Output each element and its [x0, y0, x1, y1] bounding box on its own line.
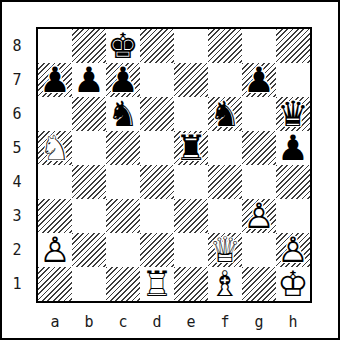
square-a4[interactable] [38, 165, 72, 199]
square-h4[interactable] [276, 165, 310, 199]
white-rook-d1[interactable]: ♜♖ [140, 267, 174, 301]
square-d6[interactable] [140, 97, 174, 131]
square-b4[interactable] [72, 165, 106, 199]
piece-glyph: ♖ [140, 267, 174, 301]
square-d1[interactable]: ♜♖ [140, 267, 174, 301]
square-a8[interactable] [38, 29, 72, 63]
square-e3[interactable] [174, 199, 208, 233]
chess-diagram: 87654321 ♚♚♟♟♟♟♟♟♟♟♞♞♞♞♛♛♞♘♜♜♟♟♟♙♟♙♛♕♟♙♜… [0, 0, 340, 340]
file-label-e: e [174, 309, 208, 335]
black-pawn-g7[interactable]: ♟♟ [242, 63, 276, 97]
square-e2[interactable] [174, 233, 208, 267]
piece-glyph: ♙ [276, 233, 310, 267]
white-queen-f2[interactable]: ♛♕ [208, 233, 242, 267]
square-f2[interactable]: ♛♕ [208, 233, 242, 267]
piece-glyph: ♞ [208, 97, 242, 131]
square-h6[interactable]: ♛♛ [276, 97, 310, 131]
square-b1[interactable] [72, 267, 106, 301]
square-d2[interactable] [140, 233, 174, 267]
square-e6[interactable] [174, 97, 208, 131]
piece-glyph: ♘ [38, 131, 72, 165]
black-pawn-a7[interactable]: ♟♟ [38, 63, 72, 97]
rank-label-2: 2 [2, 233, 32, 267]
file-label-d: d [140, 309, 174, 335]
square-e8[interactable] [174, 29, 208, 63]
white-king-h1[interactable]: ♚♔ [276, 267, 310, 301]
square-a3[interactable] [38, 199, 72, 233]
square-h5[interactable]: ♟♟ [276, 131, 310, 165]
black-pawn-h5[interactable]: ♟♟ [276, 131, 310, 165]
square-d8[interactable] [140, 29, 174, 63]
square-h8[interactable] [276, 29, 310, 63]
square-d3[interactable] [140, 199, 174, 233]
piece-glyph: ♟ [276, 131, 310, 165]
square-d5[interactable] [140, 131, 174, 165]
square-f8[interactable] [208, 29, 242, 63]
file-label-f: f [208, 309, 242, 335]
rank-label-1: 1 [2, 267, 32, 301]
black-rook-e5[interactable]: ♜♜ [174, 131, 208, 165]
white-bishop-f1[interactable]: ♝♗ [208, 267, 242, 301]
rank-label-5: 5 [2, 131, 32, 165]
piece-glyph: ♗ [208, 267, 242, 301]
square-h1[interactable]: ♚♔ [276, 267, 310, 301]
piece-glyph: ♔ [276, 267, 310, 301]
square-g7[interactable]: ♟♟ [242, 63, 276, 97]
square-g8[interactable] [242, 29, 276, 63]
square-b6[interactable] [72, 97, 106, 131]
piece-glyph: ♚ [106, 29, 140, 63]
square-f5[interactable] [208, 131, 242, 165]
piece-glyph: ♜ [174, 131, 208, 165]
file-label-c: c [106, 309, 140, 335]
piece-glyph: ♟ [242, 63, 276, 97]
square-f4[interactable] [208, 165, 242, 199]
white-knight-a5[interactable]: ♞♘ [38, 131, 72, 165]
piece-glyph: ♙ [38, 233, 72, 267]
square-f3[interactable] [208, 199, 242, 233]
file-label-b: b [72, 309, 106, 335]
white-pawn-a2[interactable]: ♟♙ [38, 233, 72, 267]
black-queen-h6[interactable]: ♛♛ [276, 97, 310, 131]
square-h2[interactable]: ♟♙ [276, 233, 310, 267]
square-e1[interactable] [174, 267, 208, 301]
square-f7[interactable] [208, 63, 242, 97]
square-c1[interactable] [106, 267, 140, 301]
white-pawn-h2[interactable]: ♟♙ [276, 233, 310, 267]
piece-glyph: ♙ [242, 199, 276, 233]
square-c5[interactable] [106, 131, 140, 165]
square-g6[interactable] [242, 97, 276, 131]
square-c6[interactable]: ♞♞ [106, 97, 140, 131]
piece-glyph: ♟ [106, 63, 140, 97]
black-king-c8[interactable]: ♚♚ [106, 29, 140, 63]
file-label-h: h [276, 309, 310, 335]
black-knight-f6[interactable]: ♞♞ [208, 97, 242, 131]
square-g2[interactable] [242, 233, 276, 267]
rank-label-8: 8 [2, 29, 32, 63]
square-c2[interactable] [106, 233, 140, 267]
square-b8[interactable] [72, 29, 106, 63]
piece-glyph: ♕ [208, 233, 242, 267]
square-b2[interactable] [72, 233, 106, 267]
square-e7[interactable] [174, 63, 208, 97]
rank-label-3: 3 [2, 199, 32, 233]
square-h7[interactable] [276, 63, 310, 97]
file-label-a: a [38, 309, 72, 335]
rank-labels: 87654321 [2, 29, 32, 301]
square-b7[interactable]: ♟♟ [72, 63, 106, 97]
rank-label-4: 4 [2, 165, 32, 199]
square-c4[interactable] [106, 165, 140, 199]
file-labels: abcdefgh [38, 309, 310, 335]
square-h3[interactable] [276, 199, 310, 233]
square-f6[interactable]: ♞♞ [208, 97, 242, 131]
square-f1[interactable]: ♝♗ [208, 267, 242, 301]
square-d4[interactable] [140, 165, 174, 199]
piece-glyph: ♞ [106, 97, 140, 131]
square-g4[interactable] [242, 165, 276, 199]
square-c8[interactable]: ♚♚ [106, 29, 140, 63]
piece-glyph: ♟ [72, 63, 106, 97]
square-a6[interactable] [38, 97, 72, 131]
piece-glyph: ♟ [38, 63, 72, 97]
square-a1[interactable] [38, 267, 72, 301]
black-pawn-b7[interactable]: ♟♟ [72, 63, 106, 97]
rank-label-7: 7 [2, 63, 32, 97]
black-pawn-c7[interactable]: ♟♟ [106, 63, 140, 97]
black-knight-c6[interactable]: ♞♞ [106, 97, 140, 131]
square-e5[interactable]: ♜♜ [174, 131, 208, 165]
chess-board: ♚♚♟♟♟♟♟♟♟♟♞♞♞♞♛♛♞♘♜♜♟♟♟♙♟♙♛♕♟♙♜♖♝♗♚♔ [36, 27, 312, 303]
square-g5[interactable] [242, 131, 276, 165]
square-g1[interactable] [242, 267, 276, 301]
square-d7[interactable] [140, 63, 174, 97]
piece-glyph: ♛ [276, 97, 310, 131]
square-a7[interactable]: ♟♟ [38, 63, 72, 97]
file-label-g: g [242, 309, 276, 335]
square-e4[interactable] [174, 165, 208, 199]
square-b5[interactable] [72, 131, 106, 165]
square-g3[interactable]: ♟♙ [242, 199, 276, 233]
square-b3[interactable] [72, 199, 106, 233]
rank-label-6: 6 [2, 97, 32, 131]
square-a5[interactable]: ♞♘ [38, 131, 72, 165]
square-c7[interactable]: ♟♟ [106, 63, 140, 97]
square-a2[interactable]: ♟♙ [38, 233, 72, 267]
square-c3[interactable] [106, 199, 140, 233]
white-pawn-g3[interactable]: ♟♙ [242, 199, 276, 233]
